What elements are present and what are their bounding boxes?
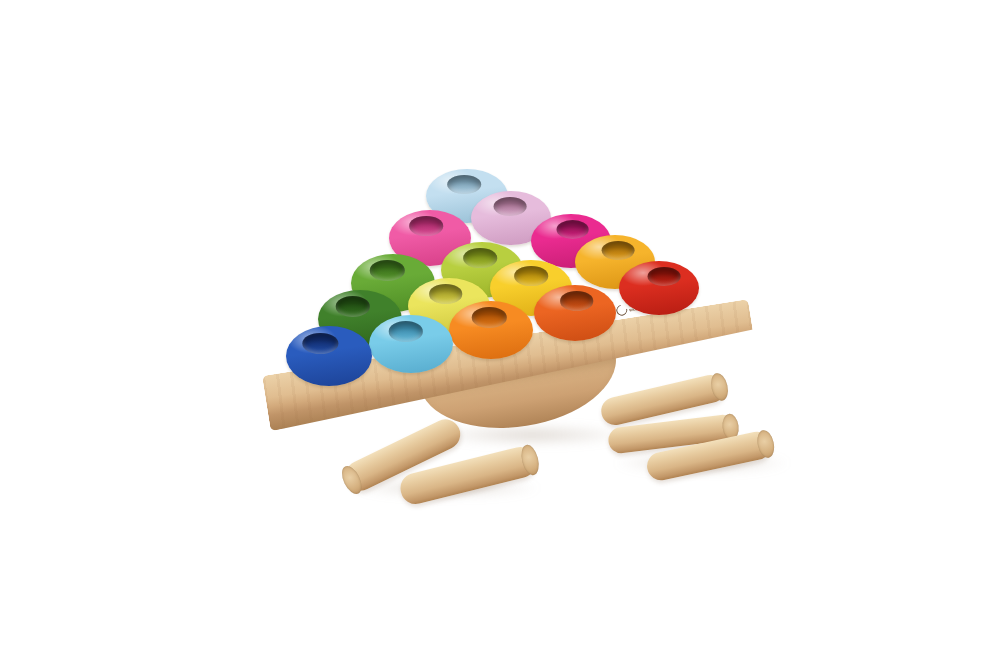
ring-orange[interactable] [449, 301, 533, 359]
peg-end-face [519, 443, 542, 477]
shadow-under-rocker [432, 424, 632, 446]
ring-red[interactable] [619, 261, 699, 315]
peg-end-face [709, 372, 731, 403]
ring-dark-blue[interactable] [286, 326, 372, 386]
product-photo-balancing-stacker: classic world [0, 0, 1000, 668]
ring-sky-blue[interactable] [369, 315, 453, 373]
ring-dark-orange[interactable] [534, 285, 616, 341]
peg-end-face [755, 429, 776, 460]
